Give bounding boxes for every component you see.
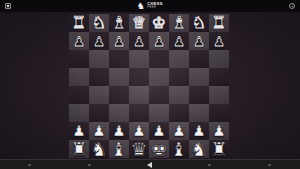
- app-logo: ♞ CHESS FREE: [137, 0, 163, 12]
- back-triangle-icon[interactable]: [147, 162, 152, 168]
- piece-white-pawn: ♟: [192, 124, 205, 139]
- square-b2[interactable]: ♟: [89, 122, 109, 140]
- chess-board: ♜♞♝♛♚♝♞♜♟♟♟♟♟♟♟♟♟♟♟♟♟♟♟♟♜♞♝♛♚♝♞♜: [69, 14, 229, 158]
- piece-black-pawn: ♟: [133, 35, 145, 48]
- piece-white-king: ♚: [150, 140, 167, 159]
- menu-icon[interactable]: [5, 3, 11, 9]
- square-e1[interactable]: ♚: [149, 140, 169, 158]
- square-f2[interactable]: ♟: [169, 122, 189, 140]
- square-a7[interactable]: ♟: [69, 32, 89, 50]
- square-a5[interactable]: [69, 68, 89, 86]
- knight-logo-icon: ♞: [137, 2, 145, 11]
- piece-black-rook: ♜: [72, 15, 86, 31]
- piece-black-pawn: ♟: [113, 35, 125, 48]
- play-area: ♜♞♝♛♚♝♞♜♟♟♟♟♟♟♟♟♟♟♟♟♟♟♟♟♜♞♝♛♚♝♞♜: [0, 12, 300, 159]
- piece-black-knight: ♞: [92, 15, 106, 31]
- square-f1[interactable]: ♝: [169, 140, 189, 158]
- square-h5[interactable]: [209, 68, 229, 86]
- square-b3[interactable]: [89, 104, 109, 122]
- piece-black-pawn: ♟: [173, 35, 185, 48]
- square-f3[interactable]: [169, 104, 189, 122]
- android-nav-bar: [0, 159, 300, 169]
- square-h6[interactable]: [209, 50, 229, 68]
- piece-white-queen: ♛: [130, 140, 147, 159]
- square-b7[interactable]: ♟: [89, 32, 109, 50]
- settings-icon[interactable]: [289, 3, 295, 9]
- square-h2[interactable]: ♟: [209, 122, 229, 140]
- square-h7[interactable]: ♟: [209, 32, 229, 50]
- square-d5[interactable]: [129, 68, 149, 86]
- square-d6[interactable]: [129, 50, 149, 68]
- square-b4[interactable]: [89, 86, 109, 104]
- piece-black-pawn: ♟: [193, 35, 205, 48]
- piece-white-pawn: ♟: [92, 124, 105, 139]
- square-b8[interactable]: ♞: [89, 14, 109, 32]
- piece-white-pawn: ♟: [212, 124, 225, 139]
- square-c5[interactable]: [109, 68, 129, 86]
- piece-black-bishop: ♝: [112, 15, 126, 31]
- square-a2[interactable]: ♟: [69, 122, 89, 140]
- square-g7[interactable]: ♟: [189, 32, 209, 50]
- square-f5[interactable]: [169, 68, 189, 86]
- piece-white-bishop: ♝: [110, 140, 127, 159]
- square-b5[interactable]: [89, 68, 109, 86]
- nav-dim-dot: [28, 164, 31, 166]
- square-g1[interactable]: ♞: [189, 140, 209, 158]
- square-g2[interactable]: ♟: [189, 122, 209, 140]
- square-c4[interactable]: [109, 86, 129, 104]
- piece-black-king: ♚: [152, 15, 166, 31]
- piece-white-pawn: ♟: [132, 124, 145, 139]
- nav-dim-dot: [208, 164, 211, 166]
- square-f4[interactable]: [169, 86, 189, 104]
- piece-black-knight: ♞: [192, 15, 206, 31]
- square-e5[interactable]: [149, 68, 169, 86]
- app-logo-text: CHESS FREE: [147, 2, 163, 10]
- square-h1[interactable]: ♜: [209, 140, 229, 158]
- square-b1[interactable]: ♞: [89, 140, 109, 158]
- square-g8[interactable]: ♞: [189, 14, 209, 32]
- nav-dim-dot: [88, 164, 91, 166]
- top-bar: ♞ CHESS FREE: [0, 0, 300, 12]
- square-e8[interactable]: ♚: [149, 14, 169, 32]
- piece-white-pawn: ♟: [172, 124, 185, 139]
- piece-black-pawn: ♟: [93, 35, 105, 48]
- square-e6[interactable]: [149, 50, 169, 68]
- square-d1[interactable]: ♛: [129, 140, 149, 158]
- piece-white-knight: ♞: [190, 140, 207, 159]
- app-title-line2: FREE: [147, 6, 163, 10]
- square-h3[interactable]: [209, 104, 229, 122]
- square-c3[interactable]: [109, 104, 129, 122]
- square-a4[interactable]: [69, 86, 89, 104]
- piece-white-rook: ♜: [70, 140, 87, 159]
- square-a8[interactable]: ♜: [69, 14, 89, 32]
- nav-dim-dot: [268, 164, 271, 166]
- piece-black-pawn: ♟: [73, 35, 85, 48]
- square-d3[interactable]: [129, 104, 149, 122]
- piece-black-queen: ♛: [132, 15, 146, 31]
- square-b6[interactable]: [89, 50, 109, 68]
- square-f7[interactable]: ♟: [169, 32, 189, 50]
- square-g4[interactable]: [189, 86, 209, 104]
- square-e7[interactable]: ♟: [149, 32, 169, 50]
- square-g6[interactable]: [189, 50, 209, 68]
- piece-white-pawn: ♟: [112, 124, 125, 139]
- square-f6[interactable]: [169, 50, 189, 68]
- square-g5[interactable]: [189, 68, 209, 86]
- piece-black-rook: ♜: [212, 15, 226, 31]
- square-g3[interactable]: [189, 104, 209, 122]
- piece-black-bishop: ♝: [172, 15, 186, 31]
- square-a6[interactable]: [69, 50, 89, 68]
- square-f8[interactable]: ♝: [169, 14, 189, 32]
- square-d7[interactable]: ♟: [129, 32, 149, 50]
- square-h8[interactable]: ♜: [209, 14, 229, 32]
- piece-white-bishop: ♝: [170, 140, 187, 159]
- piece-white-pawn: ♟: [72, 124, 85, 139]
- piece-black-pawn: ♟: [213, 35, 225, 48]
- square-d4[interactable]: [129, 86, 149, 104]
- square-c8[interactable]: ♝: [109, 14, 129, 32]
- piece-white-rook: ♜: [210, 140, 227, 159]
- piece-white-knight: ♞: [90, 140, 107, 159]
- square-d2[interactable]: ♟: [129, 122, 149, 140]
- square-c6[interactable]: [109, 50, 129, 68]
- square-d8[interactable]: ♛: [129, 14, 149, 32]
- square-e2[interactable]: ♟: [149, 122, 169, 140]
- square-c1[interactable]: ♝: [109, 140, 129, 158]
- square-a3[interactable]: [69, 104, 89, 122]
- square-e3[interactable]: [149, 104, 169, 122]
- chess-app-screen: ♞ CHESS FREE ♜♞♝♛♚♝♞♜♟♟♟♟♟♟♟♟♟♟♟♟♟♟♟♟♜♞♝…: [0, 0, 300, 169]
- piece-black-pawn: ♟: [153, 35, 165, 48]
- square-a1[interactable]: ♜: [69, 140, 89, 158]
- piece-white-pawn: ♟: [152, 124, 165, 139]
- square-e4[interactable]: [149, 86, 169, 104]
- square-c7[interactable]: ♟: [109, 32, 129, 50]
- square-h4[interactable]: [209, 86, 229, 104]
- square-c2[interactable]: ♟: [109, 122, 129, 140]
